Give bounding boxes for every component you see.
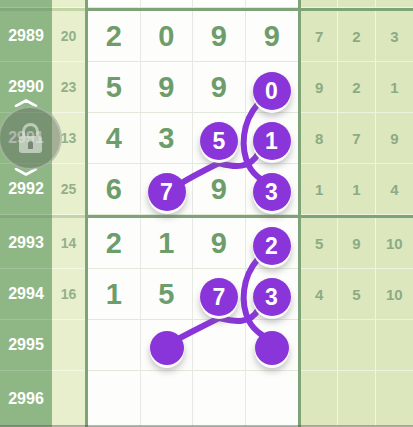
lock-keyhole-icon (28, 141, 33, 149)
stat-cell: 7 (338, 113, 375, 164)
stat-cell (301, 0, 338, 8)
issue-number-cell (0, 0, 52, 8)
stat-cell (301, 371, 338, 427)
digit-cell: 6 (88, 164, 141, 215)
circled-digit-marker: 2 (253, 227, 291, 265)
stat-cell: 9 (376, 113, 413, 164)
issue-number-cell: 2989 (0, 11, 52, 62)
stat-cell: 4 (301, 269, 338, 320)
digit-cell: 9 (193, 164, 246, 215)
draw-row-2995: 2995 (0, 320, 413, 371)
digit-cell (246, 0, 299, 8)
stat-cell: 10 (376, 269, 413, 320)
digit-cell (88, 0, 141, 8)
issue-number-cell: 2994 (0, 269, 52, 320)
sum-value-cell: 16 (52, 269, 85, 320)
digit-cell: 9 (193, 11, 246, 62)
stat-cell: 1 (301, 164, 338, 215)
digit-cell: 2 (88, 11, 141, 62)
stat-cell: 8 (301, 113, 338, 164)
sum-value-cell (52, 320, 85, 371)
sum-value-cell: 23 (52, 62, 85, 113)
digit-cell (141, 0, 194, 8)
stat-cell: 4 (376, 164, 413, 215)
stat-cell: 1 (338, 164, 375, 215)
stat-cell: 9 (338, 218, 375, 269)
issue-number-cell: 2995 (0, 320, 52, 371)
stat-cell: 5 (338, 269, 375, 320)
draw-row-2992: 29922569114 (0, 164, 413, 215)
stat-cell: 9 (301, 62, 338, 113)
lottery-trend-chart: 2989202099723299023599921299113438792992… (0, 0, 413, 427)
digit-cell: 9 (193, 218, 246, 269)
stat-cell: 10 (376, 218, 413, 269)
issue-number-cell: 2992 (0, 164, 52, 215)
lock-badge[interactable] (0, 106, 62, 170)
stat-cell: 5 (301, 218, 338, 269)
digit-cell (88, 371, 141, 427)
stat-cell (338, 371, 375, 427)
circled-digit-marker: 5 (200, 122, 238, 160)
digit-cell: 9 (141, 62, 194, 113)
circled-digit-marker: 1 (253, 122, 291, 160)
digit-cell: 3 (141, 113, 194, 164)
digit-cell (193, 320, 246, 371)
draw-row-2989: 2989202099723 (0, 11, 413, 62)
draw-row-2993: 2993142195910 (0, 218, 413, 269)
digit-cell: 0 (141, 11, 194, 62)
pending-dot-marker (150, 331, 184, 365)
issue-number-cell: 2993 (0, 218, 52, 269)
stat-cell (376, 320, 413, 371)
digit-cell (141, 371, 194, 427)
stat-cell (338, 0, 375, 8)
digit-cell: 1 (141, 218, 194, 269)
digit-cell: 9 (246, 11, 299, 62)
sum-value-cell: 20 (52, 11, 85, 62)
digit-cell: 4 (88, 113, 141, 164)
stat-cell (376, 371, 413, 427)
digit-cell: 9 (193, 62, 246, 113)
issue-number-cell: 2996 (0, 371, 52, 427)
sum-value-cell (52, 371, 85, 427)
circled-digit-marker: 7 (200, 278, 238, 316)
sum-value-cell: 25 (52, 164, 85, 215)
digit-cell: 1 (88, 269, 141, 320)
stat-cell: 1 (376, 62, 413, 113)
digit-cell (193, 371, 246, 427)
digit-cell (88, 320, 141, 371)
stat-cell (301, 320, 338, 371)
stat-cell: 7 (301, 11, 338, 62)
stat-cell: 3 (376, 11, 413, 62)
stat-cell: 2 (338, 11, 375, 62)
sum-value-cell: 14 (52, 218, 85, 269)
pending-dot-marker (255, 331, 289, 365)
stat-cell (376, 0, 413, 8)
circled-digit-marker: 3 (253, 278, 291, 316)
digit-cell (193, 0, 246, 8)
circled-digit-marker: 3 (253, 173, 291, 211)
partial-row (0, 0, 413, 8)
circled-digit-marker: 0 (253, 72, 291, 110)
stat-cell (338, 320, 375, 371)
trend-grid: 2989202099723299023599921299113438792992… (0, 0, 413, 427)
sum-value-cell (52, 0, 85, 8)
stat-cell: 2 (338, 62, 375, 113)
lock-body-icon (19, 136, 42, 153)
draw-row-2990: 299023599921 (0, 62, 413, 113)
draw-row-2996: 2996 (0, 371, 413, 427)
lock-shackle-icon (22, 123, 39, 136)
digit-cell (246, 371, 299, 427)
digit-cell: 2 (88, 218, 141, 269)
digit-cell: 5 (88, 62, 141, 113)
digit-cell: 5 (141, 269, 194, 320)
circled-digit-marker: 7 (148, 173, 186, 211)
